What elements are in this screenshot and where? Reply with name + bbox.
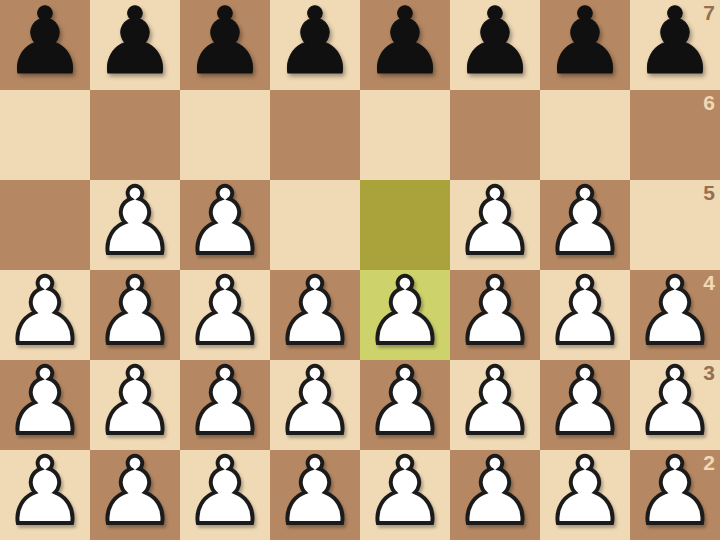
square-d2[interactable]: ♟ bbox=[270, 450, 360, 540]
square-g7[interactable]: ♟ bbox=[540, 0, 630, 90]
white-pawn[interactable]: ♟ bbox=[454, 267, 536, 357]
white-pawn[interactable]: ♟ bbox=[94, 357, 176, 447]
white-pawn[interactable]: ♟ bbox=[454, 447, 536, 537]
white-pawn[interactable]: ♟ bbox=[4, 267, 86, 357]
square-d5[interactable] bbox=[270, 180, 360, 270]
rank-label-7: 7 bbox=[703, 2, 715, 23]
square-c2[interactable]: ♟ bbox=[180, 450, 270, 540]
rank-label-5: 5 bbox=[703, 182, 715, 203]
white-pawn[interactable]: ♟ bbox=[94, 447, 176, 537]
white-pawn[interactable]: ♟ bbox=[544, 177, 626, 267]
square-h2[interactable]: ♟2 bbox=[630, 450, 720, 540]
square-d6[interactable] bbox=[270, 90, 360, 180]
square-c3[interactable]: ♟ bbox=[180, 360, 270, 450]
square-b6[interactable] bbox=[90, 90, 180, 180]
square-e7[interactable]: ♟ bbox=[360, 0, 450, 90]
white-pawn[interactable]: ♟ bbox=[274, 267, 356, 357]
chess-app-screen: ♟♟♟♟♟♟♟♟76♟♟♟♟5♟♟♟♟♟♟♟♟4♟♟♟♟♟♟♟♟3♟♟♟♟♟♟♟… bbox=[0, 0, 720, 540]
square-f5[interactable]: ♟ bbox=[450, 180, 540, 270]
white-pawn[interactable]: ♟ bbox=[544, 357, 626, 447]
square-f3[interactable]: ♟ bbox=[450, 360, 540, 450]
black-pawn[interactable]: ♟ bbox=[274, 0, 356, 87]
white-pawn[interactable]: ♟ bbox=[454, 357, 536, 447]
square-c7[interactable]: ♟ bbox=[180, 0, 270, 90]
square-g3[interactable]: ♟ bbox=[540, 360, 630, 450]
square-a4[interactable]: ♟ bbox=[0, 270, 90, 360]
square-b7[interactable]: ♟ bbox=[90, 0, 180, 90]
square-a7[interactable]: ♟ bbox=[0, 0, 90, 90]
white-pawn[interactable]: ♟ bbox=[184, 447, 266, 537]
square-f6[interactable] bbox=[450, 90, 540, 180]
white-pawn[interactable]: ♟ bbox=[94, 177, 176, 267]
square-f7[interactable]: ♟ bbox=[450, 0, 540, 90]
square-b4[interactable]: ♟ bbox=[90, 270, 180, 360]
black-pawn[interactable]: ♟ bbox=[454, 0, 536, 87]
square-a5[interactable] bbox=[0, 180, 90, 270]
black-pawn[interactable]: ♟ bbox=[544, 0, 626, 87]
white-pawn[interactable]: ♟ bbox=[94, 267, 176, 357]
square-e5[interactable] bbox=[360, 180, 450, 270]
white-pawn[interactable]: ♟ bbox=[4, 357, 86, 447]
square-e2[interactable]: ♟ bbox=[360, 450, 450, 540]
rank-label-6: 6 bbox=[703, 92, 715, 113]
black-pawn[interactable]: ♟ bbox=[4, 0, 86, 87]
square-c4[interactable]: ♟ bbox=[180, 270, 270, 360]
square-h5[interactable]: 5 bbox=[630, 180, 720, 270]
square-h4[interactable]: ♟4 bbox=[630, 270, 720, 360]
square-h7[interactable]: ♟7 bbox=[630, 0, 720, 90]
square-a3[interactable]: ♟ bbox=[0, 360, 90, 450]
white-pawn[interactable]: ♟ bbox=[4, 447, 86, 537]
square-d7[interactable]: ♟ bbox=[270, 0, 360, 90]
square-g2[interactable]: ♟ bbox=[540, 450, 630, 540]
white-pawn[interactable]: ♟ bbox=[274, 357, 356, 447]
white-pawn[interactable]: ♟ bbox=[364, 267, 446, 357]
square-e4[interactable]: ♟ bbox=[360, 270, 450, 360]
white-pawn[interactable]: ♟ bbox=[544, 447, 626, 537]
square-e3[interactable]: ♟ bbox=[360, 360, 450, 450]
square-h3[interactable]: ♟3 bbox=[630, 360, 720, 450]
white-pawn[interactable]: ♟ bbox=[274, 447, 356, 537]
square-f4[interactable]: ♟ bbox=[450, 270, 540, 360]
square-c5[interactable]: ♟ bbox=[180, 180, 270, 270]
chess-board: ♟♟♟♟♟♟♟♟76♟♟♟♟5♟♟♟♟♟♟♟♟4♟♟♟♟♟♟♟♟3♟♟♟♟♟♟♟… bbox=[0, 0, 720, 540]
white-pawn[interactable]: ♟ bbox=[184, 177, 266, 267]
square-e6[interactable] bbox=[360, 90, 450, 180]
white-pawn[interactable]: ♟ bbox=[544, 267, 626, 357]
square-b5[interactable]: ♟ bbox=[90, 180, 180, 270]
square-a2[interactable]: ♟ bbox=[0, 450, 90, 540]
black-pawn[interactable]: ♟ bbox=[364, 0, 446, 87]
square-a6[interactable] bbox=[0, 90, 90, 180]
white-pawn[interactable]: ♟ bbox=[184, 267, 266, 357]
square-b2[interactable]: ♟ bbox=[90, 450, 180, 540]
black-pawn[interactable]: ♟ bbox=[184, 0, 266, 87]
white-pawn[interactable]: ♟ bbox=[184, 357, 266, 447]
rank-label-3: 3 bbox=[703, 362, 715, 383]
rank-label-4: 4 bbox=[703, 272, 715, 293]
black-pawn[interactable]: ♟ bbox=[94, 0, 176, 87]
square-c6[interactable] bbox=[180, 90, 270, 180]
square-f2[interactable]: ♟ bbox=[450, 450, 540, 540]
square-g4[interactable]: ♟ bbox=[540, 270, 630, 360]
square-d4[interactable]: ♟ bbox=[270, 270, 360, 360]
square-g5[interactable]: ♟ bbox=[540, 180, 630, 270]
white-pawn[interactable]: ♟ bbox=[364, 357, 446, 447]
square-g6[interactable] bbox=[540, 90, 630, 180]
white-pawn[interactable]: ♟ bbox=[454, 177, 536, 267]
white-pawn[interactable]: ♟ bbox=[364, 447, 446, 537]
square-b3[interactable]: ♟ bbox=[90, 360, 180, 450]
rank-label-2: 2 bbox=[703, 452, 715, 473]
square-d3[interactable]: ♟ bbox=[270, 360, 360, 450]
square-h6[interactable]: 6 bbox=[630, 90, 720, 180]
